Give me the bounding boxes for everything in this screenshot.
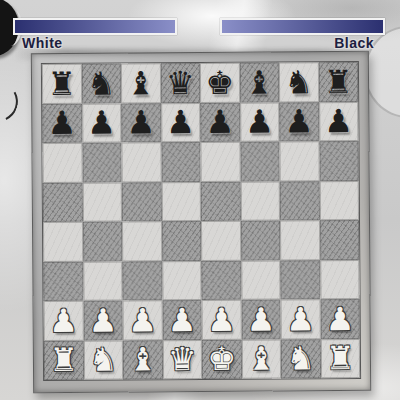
square-f2[interactable]: ♟ [241,299,281,339]
square-h3[interactable] [320,259,360,299]
square-c4[interactable] [122,221,162,261]
square-g1[interactable]: ♞ [281,339,321,379]
square-h1[interactable]: ♜ [320,338,360,378]
square-a3[interactable] [43,261,83,301]
white-knight-icon[interactable]: ♞ [89,344,118,376]
white-pawn-icon[interactable]: ♟ [207,304,236,336]
white-pawn-icon[interactable]: ♟ [246,303,275,335]
black-bishop-icon[interactable]: ♝ [126,67,155,99]
black-health-bar [220,18,385,35]
square-e7[interactable]: ♟ [200,102,240,142]
white-health-bar-fill [15,20,175,33]
black-pawn-icon[interactable]: ♟ [285,105,314,137]
black-rook-icon[interactable]: ♜ [47,68,76,100]
square-a1[interactable]: ♜ [44,340,84,380]
square-c3[interactable] [122,261,162,301]
square-g8[interactable]: ♞ [279,62,319,102]
black-bishop-icon[interactable]: ♝ [245,66,274,98]
white-pawn-icon[interactable]: ♟ [128,304,157,336]
white-rook-icon[interactable]: ♜ [49,344,78,376]
square-d2[interactable]: ♟ [162,300,202,340]
white-queen-icon[interactable]: ♛ [168,343,197,375]
square-d3[interactable] [162,260,202,300]
square-e8[interactable]: ♚ [200,63,240,103]
game-screen: White Black ♜♞♝♛♚♝♞♜♟♟♟♟♟♟♟♟♟♟♟♟♟♟♟♟♜♞♝♛… [0,0,400,400]
white-bishop-icon[interactable]: ♝ [128,344,157,376]
square-h8[interactable]: ♜ [318,62,358,102]
square-g4[interactable] [280,220,320,260]
square-d4[interactable] [161,221,201,261]
white-pawn-icon[interactable]: ♟ [88,304,117,336]
square-b4[interactable] [82,222,122,262]
square-e3[interactable] [201,260,241,300]
square-h4[interactable] [319,220,359,260]
square-e5[interactable] [201,181,241,221]
black-pawn-icon[interactable]: ♟ [127,107,156,139]
square-f6[interactable] [240,141,280,181]
square-g3[interactable] [280,260,320,300]
white-pawn-icon[interactable]: ♟ [325,303,354,335]
black-pawn-icon[interactable]: ♟ [166,106,195,138]
black-health-bar-fill [222,20,383,33]
board-frame: ♜♞♝♛♚♝♞♜♟♟♟♟♟♟♟♟♟♟♟♟♟♟♟♟♜♞♝♛♚♝♞♜ [31,51,371,393]
black-pawn-icon[interactable]: ♟ [206,106,235,138]
black-pawn-icon[interactable]: ♟ [245,106,274,138]
white-rook-icon[interactable]: ♜ [326,342,355,374]
square-b1[interactable]: ♞ [83,340,123,380]
square-e6[interactable] [200,142,240,182]
square-f1[interactable]: ♝ [241,339,281,379]
black-pawn-icon[interactable]: ♟ [87,107,116,139]
square-c2[interactable]: ♟ [123,300,163,340]
white-player-label: White [22,35,63,51]
white-bishop-icon[interactable]: ♝ [247,343,276,375]
square-e1[interactable]: ♚ [202,339,242,379]
black-knight-icon[interactable]: ♞ [87,67,116,99]
black-pawn-icon[interactable]: ♟ [48,107,77,139]
square-g7[interactable]: ♟ [279,102,319,142]
square-a4[interactable] [43,222,83,262]
square-e2[interactable]: ♟ [202,300,242,340]
square-e4[interactable] [201,221,241,261]
square-f7[interactable]: ♟ [240,102,280,142]
black-pawn-icon[interactable]: ♟ [324,105,353,137]
square-g5[interactable] [280,181,320,221]
square-d8[interactable]: ♛ [160,63,200,103]
black-player-label: Black [334,35,374,51]
black-knight-icon[interactable]: ♞ [284,66,313,98]
square-c1[interactable]: ♝ [123,340,163,380]
square-b2[interactable]: ♟ [83,301,123,341]
square-d5[interactable] [161,182,201,222]
square-b3[interactable] [83,261,123,301]
square-g6[interactable] [279,141,319,181]
square-b7[interactable]: ♟ [82,103,122,143]
square-d1[interactable]: ♛ [162,339,202,379]
white-king-icon[interactable]: ♚ [207,343,236,375]
square-f5[interactable] [240,181,280,221]
square-a5[interactable] [43,182,83,222]
square-a7[interactable]: ♟ [42,103,82,143]
white-pawn-icon[interactable]: ♟ [286,303,315,335]
square-c8[interactable]: ♝ [121,63,161,103]
avatar-base-curve [0,74,23,128]
chess-board[interactable]: ♜♞♝♛♚♝♞♜♟♟♟♟♟♟♟♟♟♟♟♟♟♟♟♟♜♞♝♛♚♝♞♜ [41,61,361,381]
square-f4[interactable] [240,220,280,260]
black-king-icon[interactable]: ♚ [205,67,234,99]
square-d7[interactable]: ♟ [161,103,201,143]
white-pawn-icon[interactable]: ♟ [49,305,78,337]
square-f3[interactable] [241,260,281,300]
square-a8[interactable]: ♜ [42,64,82,104]
square-a6[interactable] [42,143,82,183]
square-d6[interactable] [161,142,201,182]
square-h7[interactable]: ♟ [319,101,359,141]
white-knight-icon[interactable]: ♞ [286,342,315,374]
square-b6[interactable] [82,143,122,183]
square-c7[interactable]: ♟ [121,103,161,143]
square-h5[interactable] [319,180,359,220]
square-c5[interactable] [122,182,162,222]
black-rook-icon[interactable]: ♜ [324,66,353,98]
square-h6[interactable] [319,141,359,181]
square-b8[interactable]: ♞ [81,64,121,104]
white-pawn-icon[interactable]: ♟ [167,304,196,336]
square-g2[interactable]: ♟ [281,299,321,339]
square-c6[interactable] [121,142,161,182]
square-a2[interactable]: ♟ [44,301,84,341]
black-queen-icon[interactable]: ♛ [166,67,195,99]
white-health-bar [13,18,177,35]
square-b5[interactable] [82,182,122,222]
square-h2[interactable]: ♟ [320,299,360,339]
square-f8[interactable]: ♝ [239,62,279,102]
